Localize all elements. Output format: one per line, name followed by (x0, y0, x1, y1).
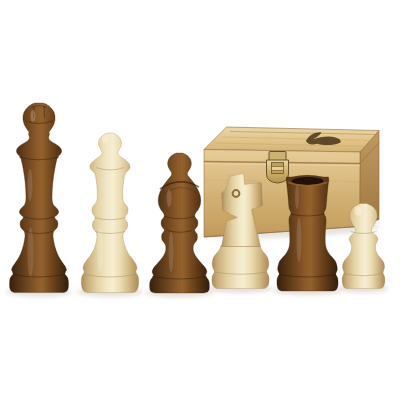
knight-base (212, 246, 269, 289)
chess-set-photo (0, 0, 400, 400)
king-gloss (28, 227, 34, 277)
clasp-bar (272, 167, 284, 171)
product-photo (0, 0, 400, 400)
pawn-ball-highlight (355, 207, 362, 216)
queen-ball-highlight (102, 135, 108, 143)
brass-clasp (267, 152, 289, 184)
clasp-hinge (269, 152, 286, 161)
bishop-gloss (169, 232, 174, 272)
rook-cup-hollow (292, 177, 324, 185)
rook-gloss (295, 185, 299, 209)
queen-gloss (97, 228, 103, 272)
bishop-gloss (167, 189, 172, 207)
box-lid-top (204, 127, 379, 152)
rook-gloss (297, 218, 302, 262)
king-gloss (31, 110, 36, 122)
king-gloss (28, 169, 33, 201)
